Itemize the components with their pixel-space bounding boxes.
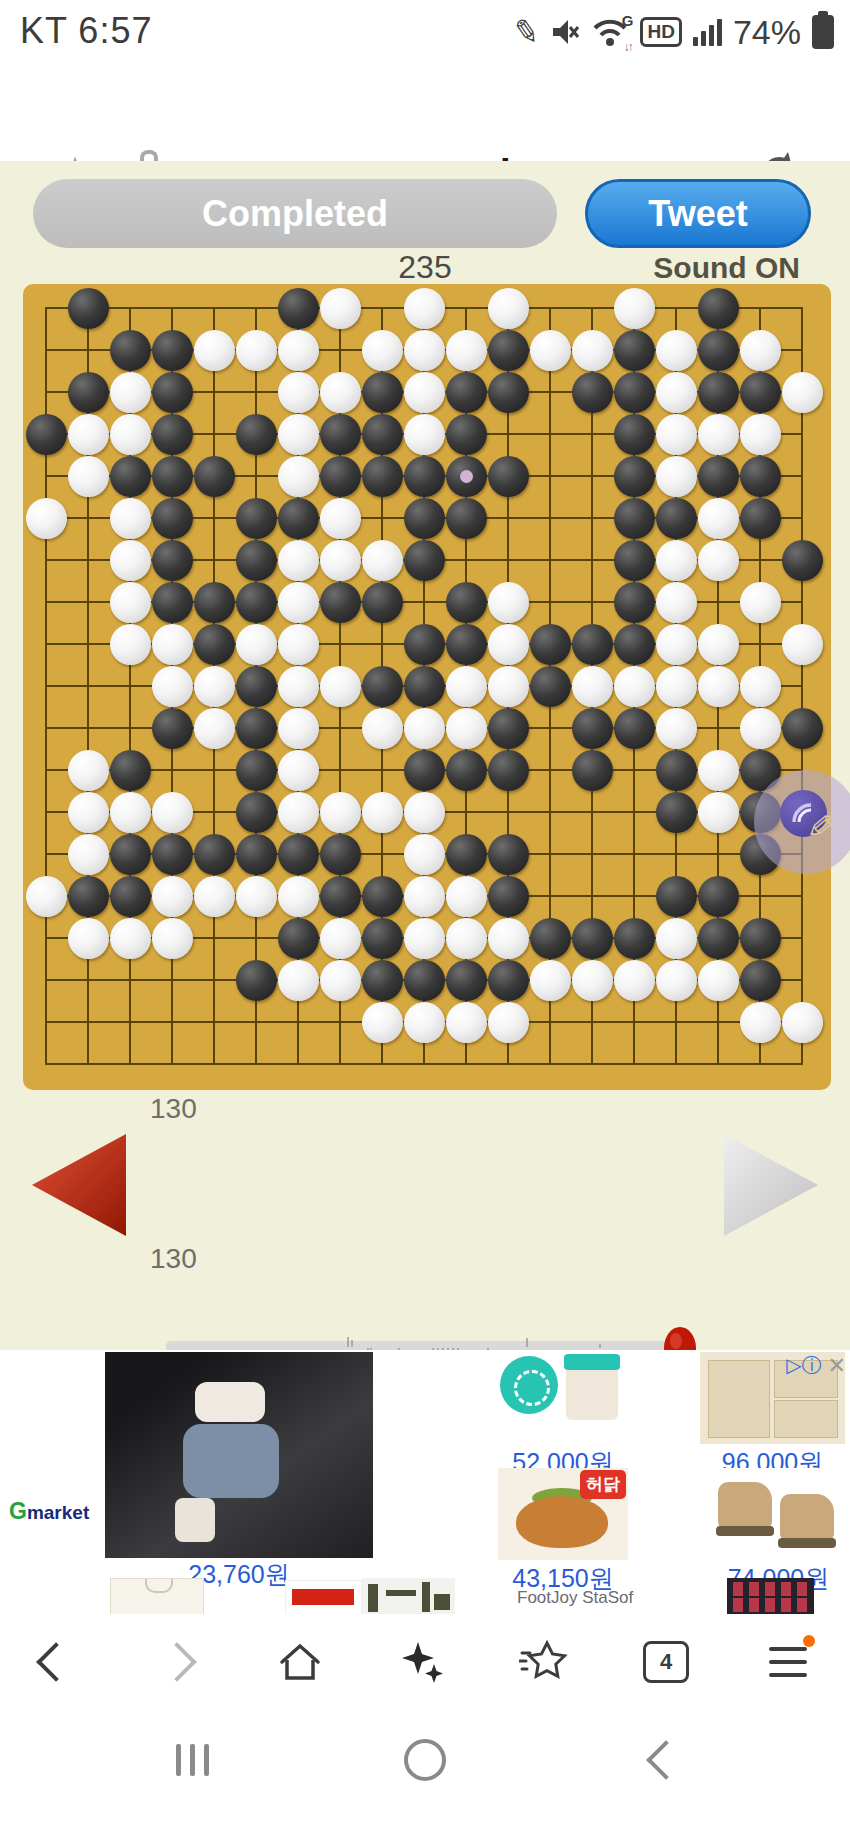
stone-white	[446, 330, 487, 371]
stone-black	[362, 372, 403, 413]
stone-white	[614, 666, 655, 707]
stone-black	[488, 876, 529, 917]
stone-white	[278, 540, 319, 581]
stone-white	[362, 540, 403, 581]
home-circle-icon	[404, 1739, 446, 1781]
stone-black	[320, 834, 361, 875]
stone-black	[362, 456, 403, 497]
ad-image-food[interactable]: 허닭	[498, 1468, 628, 1560]
stone-white	[698, 414, 739, 455]
stone-black	[446, 414, 487, 455]
stone-black	[404, 750, 445, 791]
stone-black	[446, 456, 487, 497]
stone-black	[110, 456, 151, 497]
stone-white	[572, 960, 613, 1001]
stone-black	[446, 498, 487, 539]
stone-white	[656, 624, 697, 665]
stone-black	[446, 960, 487, 1001]
tabs-icon: 4	[643, 1641, 689, 1683]
stone-white	[68, 456, 109, 497]
stone-black	[614, 372, 655, 413]
back-chevron-icon	[646, 1740, 686, 1780]
stone-black	[194, 624, 235, 665]
stone-black	[236, 666, 277, 707]
stone-white	[278, 582, 319, 623]
stone-white	[488, 582, 529, 623]
stone-white	[26, 498, 67, 539]
stone-white	[278, 414, 319, 455]
stone-white	[404, 792, 445, 833]
stone-white	[740, 414, 781, 455]
stone-white	[740, 708, 781, 749]
stone-white	[152, 666, 193, 707]
sparkle-icon	[398, 1638, 446, 1686]
stone-white	[656, 666, 697, 707]
stone-black	[488, 372, 529, 413]
stone-white	[320, 288, 361, 329]
stone-black	[152, 708, 193, 749]
score-graph-slider[interactable]	[0, 1090, 850, 1350]
stone-white	[152, 792, 193, 833]
stone-white	[320, 666, 361, 707]
stone-white	[194, 666, 235, 707]
stone-white	[152, 918, 193, 959]
ad-image-shirt[interactable]	[110, 1578, 204, 1614]
stone-white	[530, 330, 571, 371]
stone-white	[194, 876, 235, 917]
stone-white	[488, 666, 529, 707]
stone-black	[614, 708, 655, 749]
stone-white	[320, 792, 361, 833]
stone-white	[110, 582, 151, 623]
stone-black	[194, 582, 235, 623]
ad-choices[interactable]: ▷ⓘ ✕	[786, 1352, 846, 1379]
battery-percent: 74%	[733, 13, 801, 52]
stone-black	[530, 666, 571, 707]
stone-black	[236, 708, 277, 749]
stone-white	[362, 792, 403, 833]
ad-close-icon[interactable]: ✕	[828, 1353, 846, 1379]
stone-black	[236, 834, 277, 875]
stone-white	[488, 918, 529, 959]
stone-black	[404, 498, 445, 539]
stone-black	[26, 414, 67, 455]
phone-screen: KT 6:57 ✎ G ↓↑ HD 74% ☆ www.cosumi.net	[0, 0, 850, 1823]
stone-white	[572, 330, 613, 371]
stone-white	[26, 876, 67, 917]
stone-black	[698, 456, 739, 497]
adchoices-icon[interactable]: ▷ⓘ	[786, 1352, 821, 1379]
stone-white	[698, 792, 739, 833]
stone-black	[698, 288, 739, 329]
last-move-marker	[460, 470, 473, 483]
stone-white	[446, 708, 487, 749]
stone-white	[782, 372, 823, 413]
stone-black	[362, 876, 403, 917]
stone-white	[614, 288, 655, 329]
recents-icon	[176, 1744, 209, 1776]
stone-white	[320, 498, 361, 539]
stone-white	[404, 288, 445, 329]
stone-black	[362, 414, 403, 455]
stone-black	[740, 498, 781, 539]
stone-white	[110, 372, 151, 413]
stone-black	[488, 330, 529, 371]
stone-black	[236, 792, 277, 833]
stone-black	[656, 498, 697, 539]
ai-assistant-button[interactable]	[382, 1614, 462, 1710]
stone-black	[740, 372, 781, 413]
stone-white	[110, 918, 151, 959]
stone-black	[656, 750, 697, 791]
stone-black	[446, 834, 487, 875]
stone-white	[278, 372, 319, 413]
status-icons: ✎ G ↓↑ HD 74%	[513, 12, 834, 52]
stone-black	[614, 918, 655, 959]
stone-black	[404, 456, 445, 497]
stone-black	[572, 918, 613, 959]
stone-black	[572, 624, 613, 665]
stone-white	[656, 372, 697, 413]
stone-black	[698, 918, 739, 959]
menu-icon	[769, 1647, 807, 1677]
stone-black	[488, 708, 529, 749]
menu-button[interactable]	[748, 1614, 828, 1710]
stone-black	[236, 540, 277, 581]
stone-black	[698, 330, 739, 371]
stone-black	[740, 960, 781, 1001]
browser-forward-button[interactable]	[137, 1614, 217, 1710]
stone-black	[614, 540, 655, 581]
stone-white	[278, 960, 319, 1001]
stone-black	[110, 876, 151, 917]
stone-white	[278, 876, 319, 917]
stone-black	[110, 834, 151, 875]
stone-black	[236, 960, 277, 1001]
wifi-g-label: G	[622, 12, 634, 29]
bookmarks-button[interactable]	[504, 1614, 584, 1710]
ad-image-fitness[interactable]	[105, 1352, 373, 1558]
stone-white	[488, 624, 529, 665]
stone-white	[656, 918, 697, 959]
stone-white	[404, 1002, 445, 1043]
wifi-icon: G ↓↑	[591, 16, 629, 48]
stone-white	[404, 918, 445, 959]
stone-white	[68, 834, 109, 875]
stone-black	[320, 414, 361, 455]
ad-image-grid[interactable]	[727, 1578, 814, 1614]
stone-black	[614, 456, 655, 497]
stone-black	[656, 876, 697, 917]
grid-line	[45, 1063, 803, 1065]
status-bar: KT 6:57 ✎ G ↓↑ HD 74%	[0, 0, 850, 62]
stone-white	[656, 582, 697, 623]
stone-black	[404, 540, 445, 581]
food-badge: 허닭	[580, 1470, 626, 1499]
bookmark-star-icon	[519, 1639, 569, 1685]
stone-black	[572, 372, 613, 413]
stone-black	[698, 372, 739, 413]
stone-black	[362, 918, 403, 959]
stone-white	[320, 918, 361, 959]
stone-black	[320, 876, 361, 917]
system-nav-bar	[0, 1710, 850, 1823]
stone-black	[530, 624, 571, 665]
stone-white	[404, 330, 445, 371]
notification-dot	[803, 1635, 815, 1647]
stone-black	[68, 372, 109, 413]
stone-black	[362, 666, 403, 707]
ad-image-gym[interactable]	[362, 1578, 455, 1614]
stone-black	[488, 750, 529, 791]
system-back-button[interactable]	[621, 1710, 711, 1810]
stone-black	[152, 540, 193, 581]
stone-white	[656, 456, 697, 497]
stone-white	[278, 792, 319, 833]
stone-white	[404, 834, 445, 875]
pen-icon: ✎	[799, 810, 841, 842]
stone-white	[572, 666, 613, 707]
stone-white	[110, 540, 151, 581]
stone-black	[194, 834, 235, 875]
ad-image-logo[interactable]	[285, 1580, 362, 1614]
move-number: 235	[330, 249, 520, 286]
stone-black	[446, 372, 487, 413]
stone-black	[110, 330, 151, 371]
stone-white	[68, 918, 109, 959]
stone-black	[404, 960, 445, 1001]
stone-white	[152, 876, 193, 917]
tweet-button[interactable]: Tweet	[585, 179, 811, 248]
hd-icon: HD	[640, 17, 681, 47]
stone-white	[278, 750, 319, 791]
stone-white	[278, 708, 319, 749]
stone-black	[614, 624, 655, 665]
completed-button[interactable]: Completed	[33, 179, 557, 248]
stone-white	[152, 624, 193, 665]
stone-white	[236, 624, 277, 665]
stone-black	[656, 792, 697, 833]
stone-black	[740, 456, 781, 497]
stone-white	[110, 414, 151, 455]
stone-black	[782, 540, 823, 581]
stone-white	[740, 582, 781, 623]
stone-black	[614, 330, 655, 371]
gmarket-logo: Gmarket	[9, 1498, 89, 1525]
stone-white	[404, 414, 445, 455]
stone-black	[152, 414, 193, 455]
stone-black	[572, 708, 613, 749]
stone-black	[236, 498, 277, 539]
stone-white	[110, 498, 151, 539]
stone-white	[278, 456, 319, 497]
stone-white	[236, 330, 277, 371]
stone-black	[446, 624, 487, 665]
stone-white	[656, 540, 697, 581]
stone-white	[404, 372, 445, 413]
stone-black	[152, 582, 193, 623]
stone-black	[320, 456, 361, 497]
stone-white	[488, 1002, 529, 1043]
stone-black	[698, 876, 739, 917]
stone-white	[782, 1002, 823, 1043]
stone-black	[530, 918, 571, 959]
stone-black	[572, 750, 613, 791]
stone-white	[698, 960, 739, 1001]
ad-image-jar[interactable]	[498, 1352, 628, 1444]
tabs-button[interactable]: 4	[626, 1614, 706, 1710]
stone-white	[110, 624, 151, 665]
stone-black	[68, 876, 109, 917]
stone-white	[278, 624, 319, 665]
stone-black	[362, 582, 403, 623]
stone-black	[152, 456, 193, 497]
stone-black	[320, 582, 361, 623]
stone-white	[194, 330, 235, 371]
stone-white	[320, 960, 361, 1001]
stone-black	[236, 750, 277, 791]
stone-white	[446, 876, 487, 917]
carrier-time: KT 6:57	[20, 10, 152, 52]
stone-white	[110, 792, 151, 833]
tab-count: 4	[660, 1649, 672, 1675]
battery-icon	[812, 15, 834, 49]
stone-white	[698, 624, 739, 665]
stone-black	[488, 834, 529, 875]
stone-white	[698, 498, 739, 539]
system-home-button[interactable]	[380, 1710, 470, 1810]
ad-text-footjoy[interactable]: FootJoy StaSof	[517, 1588, 633, 1608]
stone-black	[152, 372, 193, 413]
stone-black	[404, 666, 445, 707]
stone-black	[362, 960, 403, 1001]
signal-icon	[693, 18, 722, 46]
stone-black	[740, 918, 781, 959]
stone-white	[362, 708, 403, 749]
mute-icon	[550, 17, 580, 47]
stone-white	[68, 750, 109, 791]
stone-white	[656, 960, 697, 1001]
stone-white	[236, 876, 277, 917]
stone-black	[68, 288, 109, 329]
stone-black	[278, 834, 319, 875]
stone-white	[656, 414, 697, 455]
stone-white	[362, 330, 403, 371]
stone-white	[698, 750, 739, 791]
stone-black	[194, 456, 235, 497]
stone-white	[782, 624, 823, 665]
stone-black	[278, 498, 319, 539]
stone-white	[404, 876, 445, 917]
browser-nav-bar: 4	[0, 1614, 850, 1710]
stone-white	[446, 1002, 487, 1043]
stone-black	[404, 624, 445, 665]
stone-black	[488, 456, 529, 497]
stone-black	[152, 834, 193, 875]
stone-white	[404, 708, 445, 749]
stone-black	[278, 288, 319, 329]
ad-section: Gmarket 23,760원 52,000원 96,000원 ▷ⓘ ✕ 허닭 …	[0, 1350, 850, 1614]
stone-white	[656, 708, 697, 749]
stone-white	[740, 666, 781, 707]
stone-black	[614, 582, 655, 623]
wifi-arrows: ↓↑	[623, 40, 631, 54]
stone-white	[446, 666, 487, 707]
go-board[interactable]	[23, 284, 831, 1090]
grid-line	[801, 307, 803, 1065]
stone-white	[320, 540, 361, 581]
stone-black	[236, 582, 277, 623]
stone-white	[68, 414, 109, 455]
stone-white	[698, 666, 739, 707]
stone-white	[446, 918, 487, 959]
stone-black	[614, 414, 655, 455]
home-icon	[277, 1640, 323, 1684]
stone-black	[614, 498, 655, 539]
stone-black	[488, 960, 529, 1001]
stone-white	[698, 540, 739, 581]
stone-black	[236, 414, 277, 455]
url-bar: ☆ www.cosumi.net	[0, 62, 850, 162]
cosumi-page: Completed Tweet 235 Sound ON 130 130	[0, 161, 850, 1350]
home-button[interactable]	[260, 1614, 340, 1710]
stone-white	[530, 960, 571, 1001]
stone-white	[68, 792, 109, 833]
stone-white	[320, 372, 361, 413]
stone-white	[740, 1002, 781, 1043]
stone-white	[740, 330, 781, 371]
stylus-icon: ✎	[510, 11, 543, 53]
stone-white	[656, 330, 697, 371]
ad-image-boots[interactable]	[712, 1468, 845, 1560]
stone-black	[782, 708, 823, 749]
stone-black	[278, 918, 319, 959]
browser-back-button[interactable]	[16, 1614, 96, 1710]
stone-black	[446, 750, 487, 791]
stone-white	[488, 288, 529, 329]
recents-button[interactable]	[147, 1710, 237, 1810]
stone-white	[278, 666, 319, 707]
stone-black	[446, 582, 487, 623]
stone-black	[152, 330, 193, 371]
stone-black	[152, 498, 193, 539]
stone-white	[194, 708, 235, 749]
stone-white	[278, 330, 319, 371]
sound-toggle[interactable]: Sound ON	[653, 251, 800, 285]
stone-white	[362, 1002, 403, 1043]
stone-white	[614, 960, 655, 1001]
stone-black	[110, 750, 151, 791]
